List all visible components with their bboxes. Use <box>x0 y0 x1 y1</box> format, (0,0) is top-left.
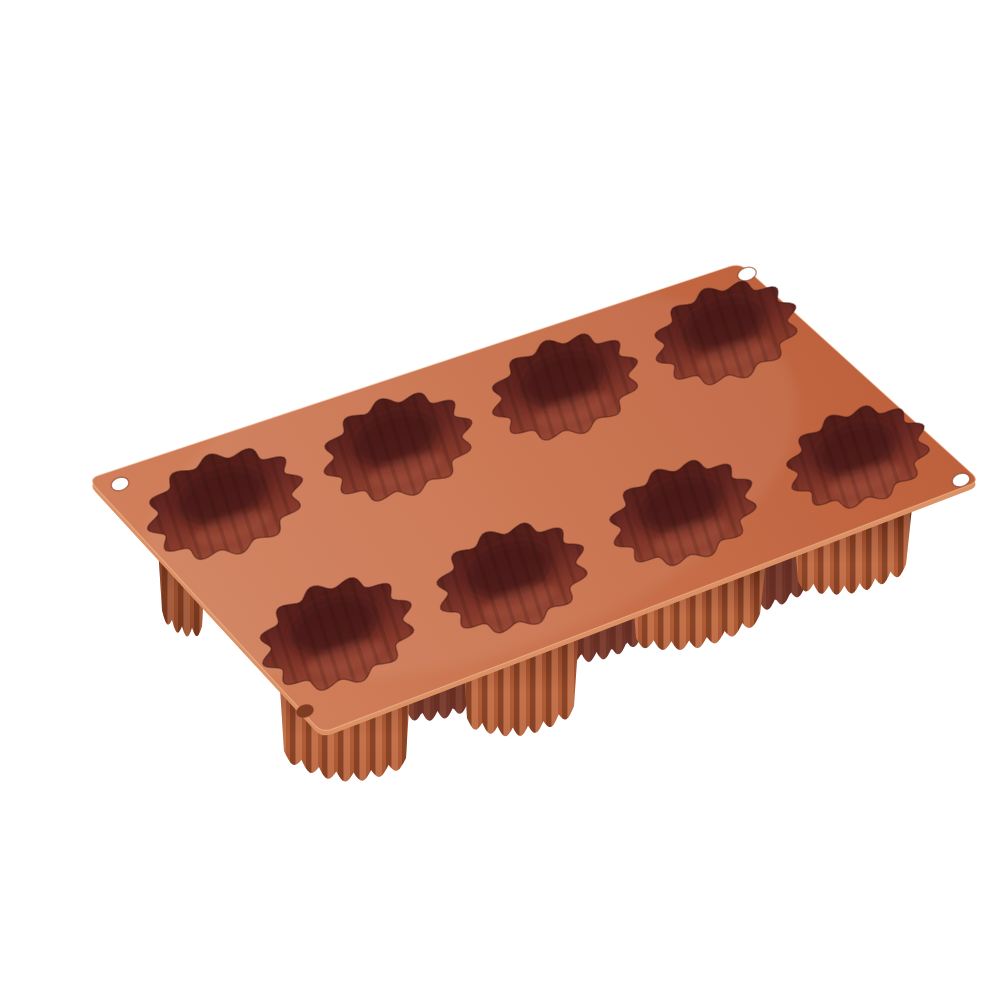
mould-illustration <box>40 16 1000 1000</box>
mould-product-photo <box>40 16 1000 1000</box>
